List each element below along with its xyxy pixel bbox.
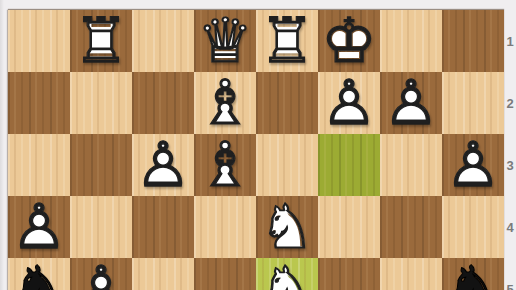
square-g1[interactable]: ♜♖ bbox=[70, 10, 132, 72]
white-pawn-b2[interactable]: ♟♙ bbox=[380, 72, 442, 134]
square-f3[interactable]: ♟♙ bbox=[132, 134, 194, 196]
chess-board-viewport: ♜♖♛♕♜♖♚♔♝♗♟♙♟♙♟♙♝♗♟♙♟♙♞♘♞♟♙♞♘♞ 12345 bbox=[0, 0, 516, 290]
square-e3[interactable]: ♝♗ bbox=[194, 134, 256, 196]
square-a1[interactable] bbox=[442, 10, 504, 72]
square-d1[interactable]: ♜♖ bbox=[256, 10, 318, 72]
square-e4[interactable] bbox=[194, 196, 256, 258]
white-piece-outline-glyph: ♙ bbox=[442, 134, 504, 196]
white-piece-outline-glyph: ♙ bbox=[70, 258, 132, 290]
square-b1[interactable] bbox=[380, 10, 442, 72]
black-piece-glyph: ♞ bbox=[442, 258, 504, 290]
rank-label-3: 3 bbox=[504, 158, 516, 172]
white-piece-outline-glyph: ♗ bbox=[194, 134, 256, 196]
square-f5[interactable] bbox=[132, 258, 194, 290]
white-pawn-c2[interactable]: ♟♙ bbox=[318, 72, 380, 134]
square-a3[interactable]: ♟♙ bbox=[442, 134, 504, 196]
square-c3-highlighted[interactable] bbox=[318, 134, 380, 196]
square-d4[interactable]: ♞♘ bbox=[256, 196, 318, 258]
square-d3[interactable] bbox=[256, 134, 318, 196]
rank-label-2: 2 bbox=[504, 96, 516, 110]
white-piece-outline-glyph: ♙ bbox=[318, 72, 380, 134]
rank-label-4: 4 bbox=[504, 220, 516, 234]
white-bishop-e3[interactable]: ♝♗ bbox=[194, 134, 256, 196]
rank-label-5: 5 bbox=[504, 282, 516, 290]
square-d2[interactable] bbox=[256, 72, 318, 134]
white-piece-outline-glyph: ♕ bbox=[194, 10, 256, 72]
square-h2[interactable] bbox=[8, 72, 70, 134]
page-background: { "game": "chess", "board": { "theme": "… bbox=[0, 0, 516, 290]
square-c4[interactable] bbox=[318, 196, 380, 258]
square-h1[interactable] bbox=[8, 10, 70, 72]
square-e2[interactable]: ♝♗ bbox=[194, 72, 256, 134]
square-f2[interactable] bbox=[132, 72, 194, 134]
square-a2[interactable] bbox=[442, 72, 504, 134]
black-piece-glyph: ♞ bbox=[8, 258, 70, 290]
white-piece-outline-glyph: ♙ bbox=[132, 134, 194, 196]
white-piece-outline-glyph: ♘ bbox=[256, 196, 318, 258]
square-b3[interactable] bbox=[380, 134, 442, 196]
square-f4[interactable] bbox=[132, 196, 194, 258]
white-piece-outline-glyph: ♗ bbox=[194, 72, 256, 134]
square-c1[interactable]: ♚♔ bbox=[318, 10, 380, 72]
white-piece-outline-glyph: ♘ bbox=[256, 258, 318, 290]
square-d5-highlighted[interactable]: ♞♘ bbox=[256, 258, 318, 290]
square-f1[interactable] bbox=[132, 10, 194, 72]
black-knight-a5[interactable]: ♞ bbox=[442, 258, 504, 290]
white-knight-d4[interactable]: ♞♘ bbox=[256, 196, 318, 258]
white-piece-outline-glyph: ♖ bbox=[70, 10, 132, 72]
white-pawn-g5[interactable]: ♟♙ bbox=[70, 258, 132, 290]
square-e5[interactable] bbox=[194, 258, 256, 290]
square-g5[interactable]: ♟♙ bbox=[70, 258, 132, 290]
white-piece-outline-glyph: ♙ bbox=[8, 196, 70, 258]
white-pawn-a3[interactable]: ♟♙ bbox=[442, 134, 504, 196]
white-pawn-h4[interactable]: ♟♙ bbox=[8, 196, 70, 258]
square-e1[interactable]: ♛♕ bbox=[194, 10, 256, 72]
white-king-c1[interactable]: ♚♔ bbox=[318, 10, 380, 72]
white-pawn-f3[interactable]: ♟♙ bbox=[132, 134, 194, 196]
square-h4[interactable]: ♟♙ bbox=[8, 196, 70, 258]
white-rook-g1[interactable]: ♜♖ bbox=[70, 10, 132, 72]
square-a5[interactable]: ♞ bbox=[442, 258, 504, 290]
black-knight-h5[interactable]: ♞ bbox=[8, 258, 70, 290]
square-b2[interactable]: ♟♙ bbox=[380, 72, 442, 134]
white-piece-outline-glyph: ♖ bbox=[256, 10, 318, 72]
square-g3[interactable] bbox=[70, 134, 132, 196]
white-queen-e1[interactable]: ♛♕ bbox=[194, 10, 256, 72]
white-piece-outline-glyph: ♙ bbox=[380, 72, 442, 134]
white-bishop-e2[interactable]: ♝♗ bbox=[194, 72, 256, 134]
square-b4[interactable] bbox=[380, 196, 442, 258]
white-piece-outline-glyph: ♔ bbox=[318, 10, 380, 72]
white-rook-d1[interactable]: ♜♖ bbox=[256, 10, 318, 72]
chess-board: ♜♖♛♕♜♖♚♔♝♗♟♙♟♙♟♙♝♗♟♙♟♙♞♘♞♟♙♞♘♞ bbox=[8, 10, 504, 290]
square-h3[interactable] bbox=[8, 134, 70, 196]
square-c2[interactable]: ♟♙ bbox=[318, 72, 380, 134]
white-knight-d5[interactable]: ♞♘ bbox=[256, 258, 318, 290]
square-h5[interactable]: ♞ bbox=[8, 258, 70, 290]
square-a4[interactable] bbox=[442, 196, 504, 258]
square-g4[interactable] bbox=[70, 196, 132, 258]
square-c5[interactable] bbox=[318, 258, 380, 290]
square-g2[interactable] bbox=[70, 72, 132, 134]
rank-label-1: 1 bbox=[504, 34, 516, 48]
square-b5[interactable] bbox=[380, 258, 442, 290]
